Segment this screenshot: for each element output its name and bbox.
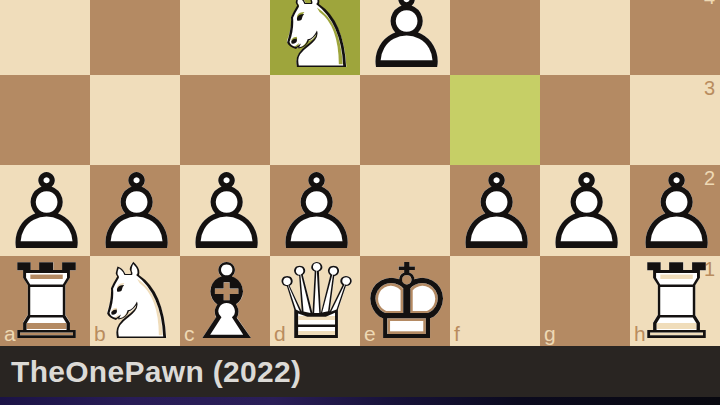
file-label-g: g [544,323,556,344]
square-h4[interactable]: 4 [630,0,720,75]
square-b4[interactable] [90,0,180,75]
square-g4[interactable] [540,0,630,75]
white-pawn-piece[interactable]: ♟♙ [450,165,540,256]
square-c1[interactable]: c♝♗ [180,256,270,347]
white-rook-piece[interactable]: ♜♖ [630,256,720,347]
white-knight-piece[interactable]: ♞♘ [90,256,180,347]
square-b1[interactable]: b♞♘ [90,256,180,347]
player-name-and-rating: TheOnePawn (2022) [11,355,301,389]
square-d1[interactable]: d♛♕ [270,256,360,347]
white-knight-glyph-outline: ♘ [270,0,360,83]
progress-strip [0,397,720,405]
white-queen-glyph-outline: ♕ [270,250,360,354]
white-pawn-piece[interactable]: ♟♙ [540,165,630,256]
square-a4[interactable] [0,0,90,75]
white-pawn-glyph-outline: ♙ [540,160,630,264]
square-d4[interactable]: ♞♘ [270,0,360,75]
square-g2[interactable]: ♟♙ [540,165,630,256]
square-e1[interactable]: e♚♔ [360,256,450,347]
chess-board[interactable]: ♞♘♟♙43♟♙♟♙♟♙♟♙♟♙♟♙2♟♙a♜♖b♞♘c♝♗d♛♕e♚♔fg1h… [0,0,720,346]
white-pawn-glyph-outline: ♙ [450,160,540,264]
file-label-f: f [454,323,460,344]
video-frame: ♞♘♟♙43♟♙♟♙♟♙♟♙♟♙♟♙2♟♙a♜♖b♞♘c♝♗d♛♕e♚♔fg1h… [0,0,720,405]
rank-label-3: 3 [704,78,715,98]
square-f4[interactable] [450,0,540,75]
white-queen-piece[interactable]: ♛♕ [270,256,360,347]
white-rook-piece[interactable]: ♜♖ [0,256,90,347]
square-a1[interactable]: a♜♖ [0,256,90,347]
white-rook-glyph-outline: ♖ [630,250,720,354]
white-king-piece[interactable]: ♚♔ [360,256,450,347]
white-king-glyph-outline: ♔ [360,250,450,354]
white-rook-glyph-outline: ♖ [0,250,90,354]
white-knight-glyph-outline: ♘ [90,250,180,354]
square-f2[interactable]: ♟♙ [450,165,540,256]
white-pawn-piece[interactable]: ♟♙ [360,0,450,75]
square-h1[interactable]: 1h♜♖ [630,256,720,347]
square-e4[interactable]: ♟♙ [360,0,450,75]
white-knight-piece[interactable]: ♞♘ [270,0,360,75]
white-bishop-glyph-outline: ♗ [180,250,270,354]
rank-label-4: 4 [704,0,715,7]
square-c4[interactable] [180,0,270,75]
player-bar: TheOnePawn (2022) [0,346,720,397]
white-bishop-piece[interactable]: ♝♗ [180,256,270,347]
white-pawn-glyph-outline: ♙ [360,0,450,83]
